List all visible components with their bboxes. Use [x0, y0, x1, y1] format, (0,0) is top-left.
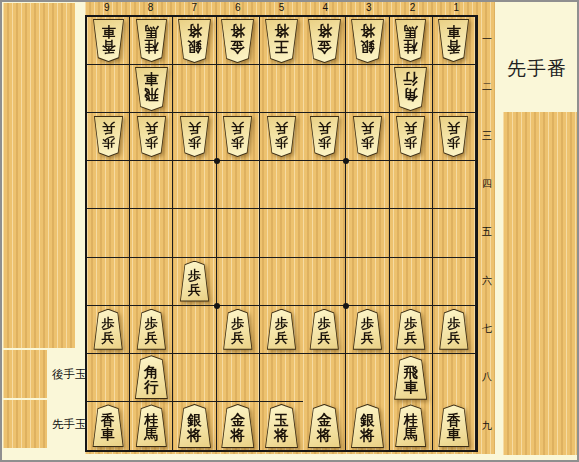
- gote-gold[interactable]: 金将: [220, 19, 255, 63]
- gote-pawn[interactable]: 歩兵: [352, 116, 383, 157]
- square-5-3[interactable]: 歩兵: [260, 113, 303, 161]
- square-9-8[interactable]: [87, 354, 130, 402]
- square-4-8[interactable]: [303, 354, 346, 402]
- square-6-4[interactable]: [217, 161, 260, 209]
- square-9-5[interactable]: [87, 209, 130, 257]
- file-label: 3: [347, 2, 391, 14]
- rank-label: 四: [479, 160, 495, 208]
- gote-pawn[interactable]: 歩兵: [266, 116, 297, 157]
- square-5-6[interactable]: [260, 258, 303, 306]
- file-label: 5: [260, 2, 304, 14]
- shogi-board-viewer: 後手玉 先手玉 987654321 香車桂馬銀将金将王将金将銀将桂馬香車飛車角行…: [0, 0, 579, 462]
- square-1-3[interactable]: 歩兵: [433, 113, 476, 161]
- square-2-9[interactable]: 桂馬: [390, 402, 433, 450]
- sente-gold[interactable]: 金将: [307, 404, 342, 448]
- gote-king-cell: [3, 350, 47, 398]
- square-7-4[interactable]: [173, 161, 216, 209]
- sente-pawn[interactable]: 歩兵: [309, 309, 340, 350]
- sente-pawn[interactable]: 歩兵: [222, 309, 253, 350]
- file-label: 6: [216, 2, 260, 14]
- gote-lance[interactable]: 香車: [437, 19, 470, 62]
- square-3-2[interactable]: [346, 65, 389, 113]
- sente-pawn[interactable]: 歩兵: [266, 309, 297, 350]
- sente-king-label: 先手玉: [52, 417, 87, 432]
- komadai-gote: [3, 3, 75, 348]
- sente-pawn[interactable]: 歩兵: [179, 261, 210, 302]
- gote-king-label: 後手玉: [52, 367, 87, 382]
- turn-indicator: 先手番: [507, 56, 567, 82]
- square-9-9[interactable]: 香車: [87, 402, 130, 450]
- board-grid: 香車桂馬銀将金将王将金将銀将桂馬香車飛車角行歩兵歩兵歩兵歩兵歩兵歩兵歩兵歩兵歩兵…: [85, 15, 478, 452]
- square-3-5[interactable]: [346, 209, 389, 257]
- square-3-1[interactable]: 銀将: [346, 17, 389, 65]
- sente-pawn[interactable]: 歩兵: [136, 309, 167, 350]
- sente-king-cell: [3, 400, 47, 448]
- file-label: 4: [303, 2, 347, 14]
- square-2-4[interactable]: [390, 161, 433, 209]
- sente-pawn[interactable]: 歩兵: [438, 309, 469, 350]
- square-2-3[interactable]: 歩兵: [390, 113, 433, 161]
- square-2-1[interactable]: 桂馬: [390, 17, 433, 65]
- square-4-1[interactable]: 金将: [303, 17, 346, 65]
- square-6-8[interactable]: [217, 354, 260, 402]
- square-6-9[interactable]: 金将: [217, 402, 260, 450]
- square-4-7[interactable]: 歩兵: [303, 306, 346, 354]
- square-9-6[interactable]: [87, 258, 130, 306]
- square-9-1[interactable]: 香車: [87, 17, 130, 65]
- square-3-8[interactable]: [346, 354, 389, 402]
- sente-gold[interactable]: 金将: [220, 404, 255, 448]
- file-label: 7: [172, 2, 216, 14]
- sente-pawn[interactable]: 歩兵: [93, 309, 124, 350]
- square-4-4[interactable]: [303, 161, 346, 209]
- square-1-4[interactable]: [433, 161, 476, 209]
- gote-bishop[interactable]: 角行: [393, 67, 428, 111]
- square-1-8[interactable]: [433, 354, 476, 402]
- square-3-9[interactable]: 銀将: [346, 402, 389, 450]
- square-4-2[interactable]: [303, 65, 346, 113]
- square-7-6[interactable]: 歩兵: [173, 258, 216, 306]
- square-5-4[interactable]: [260, 161, 303, 209]
- sente-king[interactable]: 玉将: [264, 404, 299, 448]
- square-8-3[interactable]: 歩兵: [130, 113, 173, 161]
- gote-silver[interactable]: 銀将: [350, 19, 385, 63]
- square-8-2[interactable]: 飛車: [130, 65, 173, 113]
- square-1-5[interactable]: [433, 209, 476, 257]
- square-9-2[interactable]: [87, 65, 130, 113]
- gote-pawn[interactable]: 歩兵: [93, 116, 124, 157]
- square-6-5[interactable]: [217, 209, 260, 257]
- square-2-5[interactable]: [390, 209, 433, 257]
- file-label: 9: [85, 2, 129, 14]
- square-8-8[interactable]: 角行: [130, 354, 173, 402]
- square-1-9[interactable]: 香車: [433, 402, 476, 450]
- sente-silver[interactable]: 銀将: [350, 404, 385, 448]
- square-1-1[interactable]: 香車: [433, 17, 476, 65]
- sente-king-row: 先手玉: [3, 400, 87, 448]
- square-4-6[interactable]: [303, 258, 346, 306]
- hoshi-dot: [214, 158, 220, 164]
- square-7-2[interactable]: [173, 65, 216, 113]
- square-3-4[interactable]: [346, 161, 389, 209]
- square-6-6[interactable]: [217, 258, 260, 306]
- rank-label: 五: [479, 208, 495, 256]
- gote-king[interactable]: 王将: [264, 19, 299, 63]
- square-5-1[interactable]: 王将: [260, 17, 303, 65]
- square-6-1[interactable]: 金将: [217, 17, 260, 65]
- square-5-2[interactable]: [260, 65, 303, 113]
- square-8-7[interactable]: 歩兵: [130, 306, 173, 354]
- square-7-5[interactable]: [173, 209, 216, 257]
- board-area: 987654321 香車桂馬銀将金将王将金将銀将桂馬香車飛車角行歩兵歩兵歩兵歩兵…: [85, 2, 495, 454]
- gote-pawn[interactable]: 歩兵: [179, 116, 210, 157]
- sente-knight[interactable]: 桂馬: [394, 404, 427, 447]
- hoshi-dot: [214, 303, 220, 309]
- sente-bishop[interactable]: 角行: [134, 355, 169, 399]
- square-4-3[interactable]: 歩兵: [303, 113, 346, 161]
- hoshi-dot: [343, 303, 349, 309]
- gote-knight[interactable]: 桂馬: [394, 19, 427, 62]
- rank-label: 七: [479, 305, 495, 353]
- file-labels: 987654321: [85, 2, 478, 14]
- file-label: 2: [391, 2, 435, 14]
- square-3-3[interactable]: 歩兵: [346, 113, 389, 161]
- square-7-7[interactable]: [173, 306, 216, 354]
- rank-label: 二: [479, 63, 495, 111]
- rank-labels: 一二三四五六七八九: [479, 15, 495, 450]
- gote-rook[interactable]: 飛車: [134, 67, 169, 111]
- file-label: 1: [434, 2, 478, 14]
- gote-gold[interactable]: 金将: [307, 19, 342, 63]
- rank-label: 一: [479, 15, 495, 63]
- rank-label: 九: [479, 402, 495, 450]
- square-7-1[interactable]: 銀将: [173, 17, 216, 65]
- sente-silver[interactable]: 銀将: [177, 404, 212, 448]
- gote-pawn[interactable]: 歩兵: [136, 116, 167, 157]
- gote-knight[interactable]: 桂馬: [135, 19, 168, 62]
- square-6-7[interactable]: 歩兵: [217, 306, 260, 354]
- square-2-8[interactable]: 飛車: [390, 354, 433, 402]
- rank-label: 六: [479, 257, 495, 305]
- square-8-9[interactable]: 桂馬: [130, 402, 173, 450]
- square-8-1[interactable]: 桂馬: [130, 17, 173, 65]
- rank-label: 八: [479, 353, 495, 401]
- square-7-3[interactable]: 歩兵: [173, 113, 216, 161]
- sente-pawn[interactable]: 歩兵: [395, 309, 426, 350]
- square-5-9[interactable]: 玉将: [260, 402, 303, 450]
- gote-king-row: 後手玉: [3, 350, 87, 398]
- square-5-7[interactable]: 歩兵: [260, 306, 303, 354]
- gote-pawn[interactable]: 歩兵: [395, 116, 426, 157]
- gote-pawn[interactable]: 歩兵: [309, 116, 340, 157]
- square-8-5[interactable]: [130, 209, 173, 257]
- komadai-sente: [503, 112, 577, 455]
- square-3-6[interactable]: [346, 258, 389, 306]
- square-1-7[interactable]: 歩兵: [433, 306, 476, 354]
- square-2-2[interactable]: 角行: [390, 65, 433, 113]
- square-9-4[interactable]: [87, 161, 130, 209]
- square-5-5[interactable]: [260, 209, 303, 257]
- square-2-6[interactable]: [390, 258, 433, 306]
- square-2-7[interactable]: 歩兵: [390, 306, 433, 354]
- sente-lance[interactable]: 香車: [92, 404, 125, 447]
- gote-pawn[interactable]: 歩兵: [438, 116, 469, 157]
- square-8-4[interactable]: [130, 161, 173, 209]
- square-9-7[interactable]: 歩兵: [87, 306, 130, 354]
- square-1-6[interactable]: [433, 258, 476, 306]
- rank-label: 三: [479, 112, 495, 160]
- sente-lance[interactable]: 香車: [437, 404, 470, 447]
- gote-pawn[interactable]: 歩兵: [222, 116, 253, 157]
- file-label: 8: [129, 2, 173, 14]
- gote-lance[interactable]: 香車: [92, 19, 125, 62]
- square-4-9[interactable]: 金将: [303, 402, 346, 450]
- square-7-8[interactable]: [173, 354, 216, 402]
- sente-rook[interactable]: 飛車: [393, 356, 428, 400]
- gote-silver[interactable]: 銀将: [177, 19, 212, 63]
- square-6-2[interactable]: [217, 65, 260, 113]
- square-3-7[interactable]: 歩兵: [346, 306, 389, 354]
- square-4-5[interactable]: [303, 209, 346, 257]
- square-9-3[interactable]: 歩兵: [87, 113, 130, 161]
- sente-knight[interactable]: 桂馬: [135, 404, 168, 447]
- square-5-8[interactable]: [260, 354, 303, 402]
- sente-pawn[interactable]: 歩兵: [352, 309, 383, 350]
- square-6-3[interactable]: 歩兵: [217, 113, 260, 161]
- square-7-9[interactable]: 銀将: [173, 402, 216, 450]
- square-8-6[interactable]: [130, 258, 173, 306]
- square-1-2[interactable]: [433, 65, 476, 113]
